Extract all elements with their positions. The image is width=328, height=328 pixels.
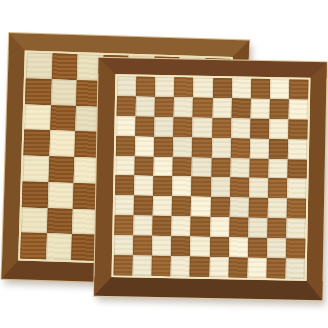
front-draughtsboard-square-r2-c8: [250, 99, 269, 119]
front-draughtsboard-square-r1-c3: [155, 77, 174, 97]
maple-inlay-line: [112, 74, 311, 281]
front-draughtsboard-square-r6-c10: [287, 179, 306, 199]
front-draughtsboard-square-r2-c2: [136, 96, 155, 116]
front-draughtsboard-square-r2-c6: [212, 98, 231, 118]
back-chessboard-square-r2-c2: [51, 79, 77, 106]
front-draughtsboard-square-r10-c10: [285, 259, 304, 279]
front-draughtsboard-square-r3-c1: [116, 116, 135, 136]
front-draughtsboard-square-r9-c6: [209, 237, 228, 257]
front-draughtsboard-square-r6-c2: [134, 176, 153, 196]
front-draughtsboard-square-r9-c5: [190, 237, 209, 257]
front-draughtsboard-square-r4-c9: [269, 139, 288, 159]
front-draughtsboard-square-r6-c1: [115, 176, 134, 196]
front-draughtsboard-square-r1-c1: [117, 76, 136, 96]
front-draughtsboard-square-r6-c7: [230, 178, 249, 198]
front-draughtsboard-square-r7-c6: [210, 197, 229, 217]
front-draughtsboard-square-r2-c9: [269, 99, 288, 119]
front-draughtsboard-square-r7-c7: [229, 198, 248, 218]
front-draughtsboard-square-r7-c10: [287, 199, 306, 219]
front-draughtsboard-square-r5-c2: [135, 156, 154, 176]
front-draughtsboard-square-r6-c8: [249, 178, 268, 198]
front-draughtsboard-square-r7-c9: [268, 198, 287, 218]
front-draughtsboard-square-r4-c4: [173, 137, 192, 157]
front-draughtsboard-square-r10-c5: [190, 257, 209, 277]
front-draughtsboard-square-r8-c6: [210, 217, 229, 237]
front-draughtsboard-square-r3-c6: [212, 118, 231, 138]
front-draughtsboard-square-r7-c4: [172, 197, 191, 217]
front-draughtsboard-square-r9-c8: [248, 238, 267, 258]
back-chessboard-square-r4-c2: [49, 131, 75, 158]
front-draughtsboard-square-r5-c7: [230, 158, 249, 178]
front-draughtsboard-square-r10-c2: [133, 256, 152, 276]
front-draughtsboard-square-r4-c7: [230, 138, 249, 158]
front-draughtsboard-square-r8-c5: [191, 217, 210, 237]
front-draughtsboard-square-r1-c6: [213, 78, 232, 98]
front-draughtsboard-square-r3-c4: [174, 117, 193, 137]
front-draughtsboard-square-r9-c3: [152, 236, 171, 256]
back-chessboard-square-r8-c3: [71, 234, 97, 261]
front-draughtsboard-square-r10-c6: [209, 257, 228, 277]
front-draughtsboard-square-r8-c10: [286, 219, 305, 239]
front-draughtsboard-square-r8-c9: [267, 218, 286, 238]
front-draughtsboard-square-r1-c9: [270, 79, 289, 99]
front-draughtsboard-square-r2-c5: [193, 98, 212, 118]
front-draughtsboard-square-r10-c4: [171, 256, 190, 276]
front-draughtsboard-square-r6-c3: [153, 176, 172, 196]
front-draughtsboard-square-r4-c10: [288, 139, 307, 159]
front-draughtsboard-square-r5-c4: [173, 157, 192, 177]
front-draughtsboard-square-r5-c5: [192, 157, 211, 177]
front-draughtsboard-square-r8-c8: [248, 218, 267, 238]
back-chessboard-square-r6-c1: [22, 181, 48, 208]
front-draughtsboard-square-r4-c8: [250, 138, 269, 158]
front-draughtsboard-square-r9-c10: [286, 239, 305, 259]
front-draughtsboard-square-r1-c5: [193, 78, 212, 98]
front-draughtsboard-square-r4-c1: [116, 136, 135, 156]
front-draughtsboard-square-r3-c9: [269, 119, 288, 139]
front-draughtsboard-square-r1-c4: [174, 77, 193, 97]
front-draughtsboard-square-r6-c6: [211, 177, 230, 197]
front-draughtsboard-square-r1-c7: [232, 78, 251, 98]
front-draughtsboard-square-r3-c8: [250, 119, 269, 139]
two-boards-product-photo: [0, 0, 328, 328]
front-draughtsboard-square-r10-c7: [228, 257, 247, 277]
front-draughtsboard-square-r2-c10: [289, 99, 308, 119]
back-chessboard-square-r1-c1: [26, 53, 52, 80]
front-draughtsboard-square-r9-c9: [267, 238, 286, 258]
front-draughtsboard-square-r2-c4: [174, 97, 193, 117]
front-draughtsboard-square-r2-c1: [117, 96, 136, 116]
front-draughtsboard-square-r1-c2: [136, 77, 155, 97]
front-draughtsboard-square-r2-c7: [231, 98, 250, 118]
front-draughtsboard-square-r7-c8: [248, 198, 267, 218]
front-draughtsboard-square-r8-c4: [172, 217, 191, 237]
front-draughtsboard-square-r8-c2: [133, 216, 152, 236]
back-chessboard-square-r6-c2: [47, 182, 73, 209]
front-draughtsboard-square-r10-c9: [266, 258, 285, 278]
back-chessboard-square-r1-c2: [51, 53, 77, 80]
back-chessboard-square-r2-c1: [25, 78, 51, 105]
front-draughtsboard-square-r4-c6: [211, 138, 230, 158]
front-draughtsboard-square-r6-c5: [191, 177, 210, 197]
front-draughtsboard-square-r5-c3: [154, 156, 173, 176]
front-draughtsboard-square-r3-c10: [288, 119, 307, 139]
back-chessboard-square-r8-c2: [46, 234, 72, 261]
back-chessboard-square-r7-c3: [72, 209, 98, 236]
front-draughtsboard-square-r9-c2: [133, 236, 152, 256]
front-draughtsboard-square-r5-c9: [268, 159, 287, 179]
front-draughtsboard-square-r3-c3: [154, 117, 173, 137]
front-draughtsboard-square-r3-c7: [231, 118, 250, 138]
back-chessboard-square-r7-c1: [21, 207, 47, 234]
front-draughtsboard-square-r4-c3: [154, 137, 173, 157]
front-draughtsboard-square-r5-c6: [211, 158, 230, 178]
front-draughtsboard-square-r2-c3: [155, 97, 174, 117]
draughts-board-grid: [114, 76, 309, 279]
front-draughtsboard-square-r3-c2: [135, 116, 154, 136]
front-draughtsboard-square-r10-c1: [114, 255, 133, 275]
front-draughtsboard-square-r5-c8: [249, 158, 268, 178]
back-chessboard-square-r8-c1: [20, 233, 46, 260]
front-draughtsboard-square-r7-c1: [115, 196, 134, 216]
front-draughtsboard-square-r1-c10: [289, 79, 308, 99]
back-chessboard-square-r5-c2: [48, 156, 74, 183]
back-chessboard-square-r7-c2: [47, 208, 73, 235]
front-draughtsboard-square-r5-c1: [115, 156, 134, 176]
front-draughtsboard-square-r5-c10: [287, 159, 306, 179]
front-draughtsboard-square-r9-c7: [229, 238, 248, 258]
front-draughtsboard-square-r7-c3: [153, 196, 172, 216]
back-chessboard-square-r3-c1: [24, 104, 50, 131]
back-chessboard-square-r5-c1: [23, 155, 49, 182]
front-draughtsboard-square-r7-c2: [134, 196, 153, 216]
draughts-board-10x10: [94, 58, 327, 300]
back-chessboard-square-r4-c1: [23, 130, 49, 157]
front-draughtsboard-square-r9-c1: [114, 235, 133, 255]
front-draughtsboard-square-r10-c8: [247, 258, 266, 278]
back-chessboard-square-r3-c2: [50, 105, 76, 132]
front-draughtsboard-square-r6-c9: [268, 179, 287, 199]
front-draughtsboard-square-r1-c8: [251, 79, 270, 99]
front-draughtsboard-square-r4-c2: [135, 136, 154, 156]
front-draughtsboard-square-r7-c5: [191, 197, 210, 217]
front-draughtsboard-square-r6-c4: [172, 177, 191, 197]
front-draughtsboard-square-r8-c1: [114, 215, 133, 235]
front-draughtsboard-square-r10-c3: [152, 256, 171, 276]
front-draughtsboard-square-r8-c7: [229, 218, 248, 238]
front-draughtsboard-square-r4-c5: [192, 137, 211, 157]
front-draughtsboard-square-r3-c5: [193, 117, 212, 137]
front-draughtsboard-square-r9-c4: [171, 236, 190, 256]
front-draughtsboard-square-r8-c3: [153, 216, 172, 236]
